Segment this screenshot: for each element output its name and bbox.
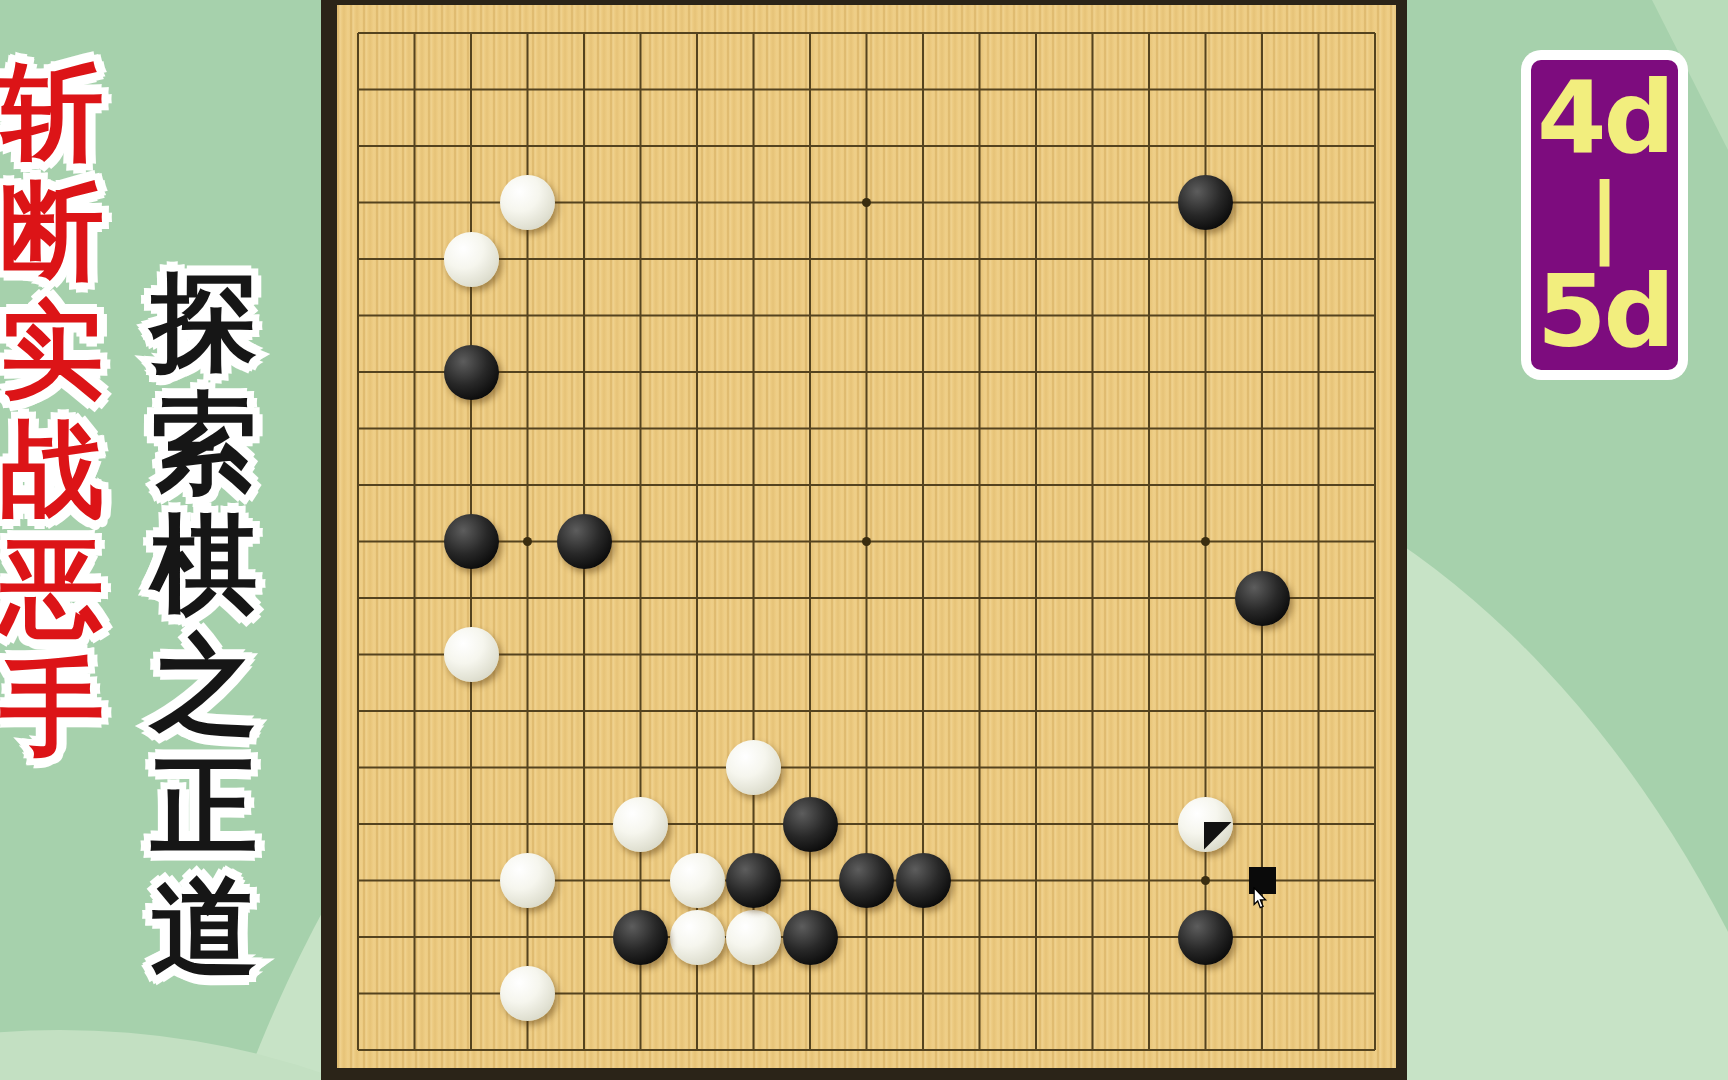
stone-white-G4[interactable]: [670, 853, 725, 908]
banner-character: 断: [0, 171, 108, 290]
stone-white-C15[interactable]: [444, 232, 499, 287]
rank-separator: |: [1588, 175, 1620, 254]
go-board: [321, 0, 1407, 1080]
banner-character: 恶: [0, 528, 108, 647]
banner-red-column: 斩断实战恶手: [0, 52, 108, 766]
screen: 斩断实战恶手 探索棋之正道 4d | 5d: [0, 0, 1728, 1080]
star-point: [862, 198, 871, 207]
stone-white-D2[interactable]: [500, 966, 555, 1021]
stone-black-Q16[interactable]: [1178, 175, 1233, 230]
stone-black-C13[interactable]: [444, 345, 499, 400]
stone-white-D16[interactable]: [500, 175, 555, 230]
stone-white-Q5[interactable]: [1178, 797, 1233, 852]
stone-black-C10[interactable]: [444, 514, 499, 569]
stone-black-L4[interactable]: [896, 853, 951, 908]
rank-bottom-label: 5d: [1537, 267, 1672, 357]
stone-black-F3[interactable]: [613, 910, 668, 965]
stone-white-D4[interactable]: [500, 853, 555, 908]
banner-character: 战: [0, 409, 108, 528]
banner-character: 实: [0, 290, 108, 409]
stone-black-E10[interactable]: [557, 514, 612, 569]
go-board-field[interactable]: [337, 5, 1396, 1068]
banner-character: 之: [142, 625, 266, 746]
star-point: [1201, 537, 1210, 546]
rank-badge-inner: 4d | 5d: [1531, 60, 1678, 370]
stone-white-G3[interactable]: [670, 910, 725, 965]
stone-white-H3[interactable]: [726, 910, 781, 965]
stone-black-H4[interactable]: [726, 853, 781, 908]
banner-character: 正: [142, 746, 266, 867]
stone-white-C8[interactable]: [444, 627, 499, 682]
stone-white-H6[interactable]: [726, 740, 781, 795]
rank-badge: 4d | 5d: [1521, 50, 1688, 380]
stone-black-J5[interactable]: [783, 797, 838, 852]
star-point: [862, 537, 871, 546]
stone-black-J3[interactable]: [783, 910, 838, 965]
banner-character: 索: [142, 383, 266, 504]
stone-black-Q3[interactable]: [1178, 910, 1233, 965]
banner-character: 道: [142, 867, 266, 988]
stone-white-F5[interactable]: [613, 797, 668, 852]
banner-character: 棋: [142, 504, 266, 625]
stone-black-K4[interactable]: [839, 853, 894, 908]
star-point: [523, 537, 532, 546]
banner-character: 斩: [0, 52, 108, 171]
mouse-cursor-icon: [1253, 887, 1269, 911]
star-point: [1201, 876, 1210, 885]
banner-character: 探: [142, 262, 266, 383]
banner-black-column: 探索棋之正道: [142, 262, 266, 988]
banner-character: 手: [0, 647, 108, 766]
rank-top-label: 4d: [1537, 73, 1672, 163]
stone-black-R9[interactable]: [1235, 571, 1290, 626]
